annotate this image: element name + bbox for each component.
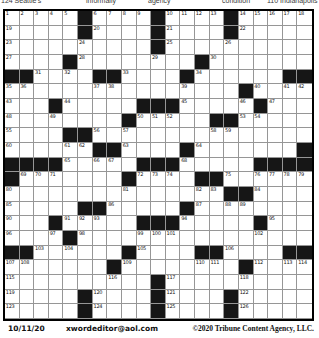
cell-r3c20[interactable] <box>283 40 298 55</box>
cell-r3c10[interactable] <box>137 40 152 55</box>
cell-r4c21[interactable] <box>297 55 312 70</box>
cell-r4c12[interactable] <box>166 55 181 70</box>
cell-r2c5[interactable] <box>63 26 78 41</box>
cell-r19c17[interactable]: 118 <box>239 275 254 290</box>
cell-r4c8[interactable] <box>107 55 122 70</box>
cell-r3c4[interactable] <box>49 40 64 55</box>
cell-r19c15[interactable] <box>210 275 225 290</box>
cell-r8c12[interactable]: 52 <box>166 114 181 129</box>
cell-r11c17[interactable] <box>239 158 254 173</box>
cell-r4c16[interactable] <box>224 55 239 70</box>
cell-r19c12[interactable]: 117 <box>166 275 181 290</box>
cell-r3c15[interactable] <box>210 40 225 55</box>
cell-r13c11[interactable] <box>151 187 166 202</box>
cell-r9c19[interactable] <box>268 128 283 143</box>
cell-r12c10[interactable]: 72 <box>137 172 152 187</box>
cell-r18c6[interactable] <box>78 260 93 275</box>
cell-r18c7[interactable] <box>93 260 108 275</box>
cell-r11c16[interactable] <box>224 158 239 173</box>
cell-r5c5[interactable]: 32 <box>63 70 78 85</box>
cell-r19c10[interactable] <box>137 275 152 290</box>
cell-r14c19[interactable] <box>268 202 283 217</box>
cell-r21c14[interactable] <box>195 304 210 319</box>
cell-r18c14[interactable]: 110 <box>195 260 210 275</box>
cell-r9c14[interactable] <box>195 128 210 143</box>
cell-r16c7[interactable] <box>93 231 108 246</box>
cell-r1c4[interactable]: 4 <box>49 11 64 26</box>
cell-r5c17[interactable] <box>239 70 254 85</box>
cell-r12c7[interactable] <box>93 172 108 187</box>
cell-r8c18[interactable]: 54 <box>254 114 269 129</box>
cell-r4c4[interactable] <box>49 55 64 70</box>
cell-r12c3[interactable]: 70 <box>34 172 49 187</box>
cell-r13c5[interactable] <box>63 187 78 202</box>
cell-r14c8[interactable]: 86 <box>107 202 122 217</box>
cell-r14c5[interactable] <box>63 202 78 217</box>
cell-r3c12[interactable]: 25 <box>166 40 181 55</box>
cell-r10c10[interactable] <box>137 143 152 158</box>
cell-r6c13[interactable]: 39 <box>180 84 195 99</box>
cell-r16c20[interactable] <box>283 231 298 246</box>
cell-r5c3[interactable]: 31 <box>34 70 49 85</box>
cell-r5c14[interactable]: 34 <box>195 70 210 85</box>
cell-r14c10[interactable] <box>137 202 152 217</box>
cell-r9c15[interactable]: 58 <box>210 128 225 143</box>
cell-r21c7[interactable]: 124 <box>93 304 108 319</box>
cell-r4c20[interactable] <box>283 55 298 70</box>
cell-r10c19[interactable] <box>268 143 283 158</box>
cell-r3c7[interactable] <box>93 40 108 55</box>
cell-r12c21[interactable]: 79 <box>297 172 312 187</box>
cell-r9c11[interactable] <box>151 128 166 143</box>
cell-r19c19[interactable] <box>268 275 283 290</box>
cell-r1c9[interactable]: 8 <box>122 11 137 26</box>
cell-r2c20[interactable] <box>283 26 298 41</box>
cell-r1c14[interactable]: 12 <box>195 11 210 26</box>
cell-r4c2[interactable] <box>20 55 35 70</box>
cell-r8c2[interactable] <box>20 114 35 129</box>
cell-r2c15[interactable] <box>210 26 225 41</box>
cell-r6c15[interactable] <box>210 84 225 99</box>
cell-r8c6[interactable] <box>78 114 93 129</box>
cell-r8c21[interactable] <box>297 114 312 129</box>
cell-r7c17[interactable]: 46 <box>239 99 254 114</box>
cell-r11c7[interactable]: 66 <box>93 158 108 173</box>
cell-r10c14[interactable]: 64 <box>195 143 210 158</box>
cell-r2c1[interactable]: 19 <box>5 26 20 41</box>
cell-r9c18[interactable] <box>254 128 269 143</box>
cell-r18c21[interactable]: 114 <box>297 260 312 275</box>
cell-r15c3[interactable] <box>34 216 49 231</box>
cell-r14c17[interactable]: 89 <box>239 202 254 217</box>
cell-r12c17[interactable] <box>239 172 254 187</box>
cell-r13c15[interactable]: 83 <box>210 187 225 202</box>
cell-r6c18[interactable]: 40 <box>254 84 269 99</box>
cell-r16c19[interactable] <box>268 231 283 246</box>
cell-r6c19[interactable] <box>268 84 283 99</box>
cell-r1c1[interactable]: 1 <box>5 11 20 26</box>
cell-r9c7[interactable]: 56 <box>93 128 108 143</box>
cell-r10c6[interactable]: 62 <box>78 143 93 158</box>
cell-r4c3[interactable] <box>34 55 49 70</box>
cell-r3c13[interactable] <box>180 40 195 55</box>
cell-r19c20[interactable] <box>283 275 298 290</box>
cell-r15c19[interactable]: 95 <box>268 216 283 231</box>
cell-r16c13[interactable] <box>180 231 195 246</box>
cell-r2c3[interactable] <box>34 26 49 41</box>
cell-r10c2[interactable] <box>20 143 35 158</box>
cell-r18c10[interactable] <box>137 260 152 275</box>
cell-r15c2[interactable] <box>20 216 35 231</box>
cell-r1c7[interactable]: 6 <box>93 11 108 26</box>
cell-r16c15[interactable] <box>210 231 225 246</box>
cell-r13c14[interactable]: 82 <box>195 187 210 202</box>
cell-r1c10[interactable]: 9 <box>137 11 152 26</box>
cell-r10c11[interactable] <box>151 143 166 158</box>
cell-r4c19[interactable] <box>268 55 283 70</box>
cell-r12c6[interactable] <box>78 172 93 187</box>
cell-r7c13[interactable]: 45 <box>180 99 195 114</box>
cell-r1c19[interactable]: 16 <box>268 11 283 26</box>
cell-r18c2[interactable]: 108 <box>20 260 35 275</box>
cell-r14c1[interactable]: 85 <box>5 202 20 217</box>
cell-r1c21[interactable]: 18 <box>297 11 312 26</box>
cell-r6c2[interactable]: 36 <box>20 84 35 99</box>
cell-r3c14[interactable] <box>195 40 210 55</box>
cell-r2c4[interactable] <box>49 26 64 41</box>
cell-r13c3[interactable] <box>34 187 49 202</box>
cell-r7c1[interactable]: 43 <box>5 99 20 114</box>
cell-r17c18[interactable] <box>254 246 269 261</box>
cell-r10c1[interactable]: 60 <box>5 143 20 158</box>
cell-r6c20[interactable]: 41 <box>283 84 298 99</box>
cell-r21c12[interactable]: 125 <box>166 304 181 319</box>
cell-r19c16[interactable] <box>224 275 239 290</box>
cell-r21c3[interactable] <box>34 304 49 319</box>
cell-r9c3[interactable] <box>34 128 49 143</box>
cell-r20c20[interactable] <box>283 290 298 305</box>
cell-r20c10[interactable] <box>137 290 152 305</box>
cell-r18c11[interactable] <box>151 260 166 275</box>
cell-r16c3[interactable] <box>34 231 49 246</box>
cell-r19c2[interactable] <box>20 275 35 290</box>
cell-r15c7[interactable]: 93 <box>93 216 108 231</box>
cell-r19c4[interactable] <box>49 275 64 290</box>
cell-r21c18[interactable] <box>254 304 269 319</box>
cell-r4c1[interactable]: 27 <box>5 55 20 70</box>
cell-r20c4[interactable] <box>49 290 64 305</box>
cell-r20c18[interactable] <box>254 290 269 305</box>
cell-r2c9[interactable] <box>122 26 137 41</box>
cell-r16c2[interactable] <box>20 231 35 246</box>
cell-r1c17[interactable]: 14 <box>239 11 254 26</box>
cell-r6c11[interactable] <box>151 84 166 99</box>
cell-r5c6[interactable] <box>78 70 93 85</box>
cell-r21c20[interactable] <box>283 304 298 319</box>
cell-r17c16[interactable]: 106 <box>224 246 239 261</box>
cell-r15c6[interactable]: 92 <box>78 216 93 231</box>
cell-r19c7[interactable] <box>93 275 108 290</box>
cell-r6c21[interactable]: 42 <box>297 84 312 99</box>
cell-r16c14[interactable] <box>195 231 210 246</box>
cell-r17c13[interactable] <box>180 246 195 261</box>
cell-r20c15[interactable] <box>210 290 225 305</box>
cell-r3c16[interactable]: 26 <box>224 40 239 55</box>
cell-r10c4[interactable] <box>49 143 64 158</box>
cell-r18c5[interactable] <box>63 260 78 275</box>
cell-r10c17[interactable] <box>239 143 254 158</box>
cell-r8c4[interactable]: 49 <box>49 114 64 129</box>
cell-r4c9[interactable] <box>122 55 137 70</box>
cell-r11c9[interactable] <box>122 158 137 173</box>
cell-r18c9[interactable]: 109 <box>122 260 137 275</box>
cell-r9c21[interactable] <box>297 128 312 143</box>
cell-r21c21[interactable] <box>297 304 312 319</box>
cell-r15c13[interactable]: 94 <box>180 216 195 231</box>
cell-r9c13[interactable] <box>180 128 195 143</box>
cell-r16c11[interactable]: 100 <box>151 231 166 246</box>
cell-r19c9[interactable] <box>122 275 137 290</box>
cell-r5c10[interactable] <box>137 70 152 85</box>
cell-r5c16[interactable] <box>224 70 239 85</box>
cell-r2c18[interactable] <box>254 26 269 41</box>
cell-r5c4[interactable] <box>49 70 64 85</box>
cell-r12c5[interactable] <box>63 172 78 187</box>
cell-r7c14[interactable] <box>195 99 210 114</box>
cell-r8c14[interactable] <box>195 114 210 129</box>
cell-r17c7[interactable] <box>93 246 108 261</box>
cell-r3c6[interactable]: 24 <box>78 40 93 55</box>
cell-r7c20[interactable] <box>283 99 298 114</box>
cell-r1c3[interactable]: 3 <box>34 11 49 26</box>
cell-r13c21[interactable] <box>297 187 312 202</box>
cell-r19c5[interactable] <box>63 275 78 290</box>
cell-r17c19[interactable] <box>268 246 283 261</box>
cell-r17c11[interactable] <box>151 246 166 261</box>
cell-r14c16[interactable]: 88 <box>224 202 239 217</box>
cell-r14c14[interactable]: 87 <box>195 202 210 217</box>
cell-r14c12[interactable] <box>166 202 181 217</box>
cell-r8c13[interactable] <box>180 114 195 129</box>
cell-r21c15[interactable] <box>210 304 225 319</box>
cell-r20c17[interactable]: 122 <box>239 290 254 305</box>
cell-r18c13[interactable] <box>180 260 195 275</box>
cell-r5c9[interactable]: 33 <box>122 70 137 85</box>
cell-r12c8[interactable] <box>107 172 122 187</box>
cell-r10c3[interactable] <box>34 143 49 158</box>
cell-r21c8[interactable] <box>107 304 122 319</box>
cell-r10c18[interactable] <box>254 143 269 158</box>
cell-r2c17[interactable]: 22 <box>239 26 254 41</box>
cell-r10c20[interactable] <box>283 143 298 158</box>
cell-r19c6[interactable] <box>78 275 93 290</box>
cell-r2c19[interactable] <box>268 26 283 41</box>
cell-r13c10[interactable] <box>137 187 152 202</box>
cell-r18c20[interactable]: 113 <box>283 260 298 275</box>
cell-r12c19[interactable]: 77 <box>268 172 283 187</box>
cell-r1c15[interactable]: 13 <box>210 11 225 26</box>
cell-r8c17[interactable]: 53 <box>239 114 254 129</box>
cell-r6c7[interactable]: 37 <box>93 84 108 99</box>
cell-r7c9[interactable] <box>122 99 137 114</box>
cell-r17c12[interactable] <box>166 246 181 261</box>
cell-r7c2[interactable] <box>20 99 35 114</box>
cell-r2c8[interactable] <box>107 26 122 41</box>
cell-r9c4[interactable] <box>49 128 64 143</box>
cell-r2c13[interactable] <box>180 26 195 41</box>
cell-r17c3[interactable]: 103 <box>34 246 49 261</box>
cell-r13c13[interactable] <box>180 187 195 202</box>
cell-r4c7[interactable] <box>93 55 108 70</box>
cell-r7c6[interactable] <box>78 99 93 114</box>
cell-r6c9[interactable] <box>122 84 137 99</box>
cell-r16c12[interactable]: 101 <box>166 231 181 246</box>
cell-r9c10[interactable] <box>137 128 152 143</box>
cell-r8c5[interactable] <box>63 114 78 129</box>
cell-r6c5[interactable] <box>63 84 78 99</box>
cell-r13c4[interactable] <box>49 187 64 202</box>
cell-r13c19[interactable] <box>268 187 283 202</box>
cell-r8c20[interactable] <box>283 114 298 129</box>
cell-r1c8[interactable]: 7 <box>107 11 122 26</box>
cell-r7c16[interactable] <box>224 99 239 114</box>
cell-r8c8[interactable] <box>107 114 122 129</box>
cell-r6c8[interactable]: 38 <box>107 84 122 99</box>
cell-r15c16[interactable] <box>224 216 239 231</box>
cell-r4c13[interactable] <box>180 55 195 70</box>
cell-r20c12[interactable]: 121 <box>166 290 181 305</box>
cell-r17c5[interactable]: 104 <box>63 246 78 261</box>
cell-r3c2[interactable] <box>20 40 35 55</box>
cell-r9c2[interactable] <box>20 128 35 143</box>
cell-r16c1[interactable]: 96 <box>5 231 20 246</box>
cell-r15c8[interactable] <box>107 216 122 231</box>
cell-r11c6[interactable] <box>78 158 93 173</box>
cell-r9c17[interactable] <box>239 128 254 143</box>
cell-r4c18[interactable] <box>254 55 269 70</box>
cell-r20c14[interactable] <box>195 290 210 305</box>
cell-r12c2[interactable]: 69 <box>20 172 35 187</box>
cell-r1c18[interactable]: 15 <box>254 11 269 26</box>
cell-r12c12[interactable]: 74 <box>166 172 181 187</box>
cell-r11c5[interactable]: 65 <box>63 158 78 173</box>
cell-r14c3[interactable] <box>34 202 49 217</box>
cell-r14c2[interactable] <box>20 202 35 217</box>
cell-r14c21[interactable] <box>297 202 312 217</box>
cell-r19c13[interactable] <box>180 275 195 290</box>
cell-r10c16[interactable] <box>224 143 239 158</box>
cell-r20c8[interactable] <box>107 290 122 305</box>
cell-r16c10[interactable]: 99 <box>137 231 152 246</box>
cell-r17c4[interactable] <box>49 246 64 261</box>
cell-r20c9[interactable] <box>122 290 137 305</box>
cell-r9c1[interactable]: 55 <box>5 128 20 143</box>
cell-r3c9[interactable] <box>122 40 137 55</box>
cell-r18c4[interactable] <box>49 260 64 275</box>
cell-r6c12[interactable] <box>166 84 181 99</box>
cell-r21c13[interactable] <box>180 304 195 319</box>
cell-r15c15[interactable] <box>210 216 225 231</box>
cell-r16c16[interactable] <box>224 231 239 246</box>
cell-r3c21[interactable] <box>297 40 312 55</box>
cell-r7c19[interactable]: 47 <box>268 99 283 114</box>
cell-r4c15[interactable]: 30 <box>210 55 225 70</box>
cell-r16c8[interactable] <box>107 231 122 246</box>
cell-r12c11[interactable]: 73 <box>151 172 166 187</box>
cell-r21c10[interactable] <box>137 304 152 319</box>
cell-r14c20[interactable] <box>283 202 298 217</box>
cell-r4c11[interactable]: 29 <box>151 55 166 70</box>
cell-r2c14[interactable] <box>195 26 210 41</box>
cell-r3c1[interactable]: 23 <box>5 40 20 55</box>
cell-r18c3[interactable] <box>34 260 49 275</box>
cell-r7c3[interactable] <box>34 99 49 114</box>
cell-r11c13[interactable]: 68 <box>180 158 195 173</box>
cell-r4c17[interactable] <box>239 55 254 70</box>
cell-r6c4[interactable] <box>49 84 64 99</box>
cell-r11c15[interactable] <box>210 158 225 173</box>
cell-r20c2[interactable] <box>20 290 35 305</box>
cell-r15c17[interactable] <box>239 216 254 231</box>
cell-r21c4[interactable] <box>49 304 64 319</box>
cell-r21c2[interactable] <box>20 304 35 319</box>
cell-r10c15[interactable] <box>210 143 225 158</box>
cell-r18c1[interactable]: 107 <box>5 260 20 275</box>
cell-r1c12[interactable]: 10 <box>166 11 181 26</box>
cell-r17c8[interactable] <box>107 246 122 261</box>
cell-r18c19[interactable] <box>268 260 283 275</box>
cell-r8c19[interactable] <box>268 114 283 129</box>
cell-r12c13[interactable] <box>180 172 195 187</box>
cell-r14c11[interactable] <box>151 202 166 217</box>
cell-r16c4[interactable]: 97 <box>49 231 64 246</box>
cell-r16c9[interactable] <box>122 231 137 246</box>
cell-r20c21[interactable] <box>297 290 312 305</box>
cell-r8c7[interactable] <box>93 114 108 129</box>
cell-r9c20[interactable] <box>283 128 298 143</box>
cell-r13c7[interactable] <box>93 187 108 202</box>
cell-r3c17[interactable] <box>239 40 254 55</box>
cell-r18c15[interactable]: 111 <box>210 260 225 275</box>
cell-r9c8[interactable] <box>107 128 122 143</box>
cell-r17c17[interactable] <box>239 246 254 261</box>
cell-r5c12[interactable] <box>166 70 181 85</box>
cell-r16c21[interactable] <box>297 231 312 246</box>
cell-r19c8[interactable]: 116 <box>107 275 122 290</box>
cell-r14c18[interactable] <box>254 202 269 217</box>
cell-r5c18[interactable] <box>254 70 269 85</box>
cell-r3c3[interactable] <box>34 40 49 55</box>
cell-r19c3[interactable] <box>34 275 49 290</box>
cell-r6c16[interactable] <box>224 84 239 99</box>
cell-r3c18[interactable] <box>254 40 269 55</box>
cell-r15c5[interactable]: 91 <box>63 216 78 231</box>
cell-r13c12[interactable] <box>166 187 181 202</box>
cell-r12c18[interactable]: 76 <box>254 172 269 187</box>
cell-r8c1[interactable]: 48 <box>5 114 20 129</box>
cell-r12c4[interactable]: 71 <box>49 172 64 187</box>
cell-r20c5[interactable] <box>63 290 78 305</box>
cell-r14c9[interactable] <box>122 202 137 217</box>
cell-r6c6[interactable] <box>78 84 93 99</box>
cell-r13c1[interactable]: 80 <box>5 187 20 202</box>
cell-r9c9[interactable]: 57 <box>122 128 137 143</box>
cell-r8c3[interactable] <box>34 114 49 129</box>
cell-r13c2[interactable] <box>20 187 35 202</box>
cell-r15c21[interactable] <box>297 216 312 231</box>
cell-r17c6[interactable] <box>78 246 93 261</box>
cell-r2c2[interactable] <box>20 26 35 41</box>
